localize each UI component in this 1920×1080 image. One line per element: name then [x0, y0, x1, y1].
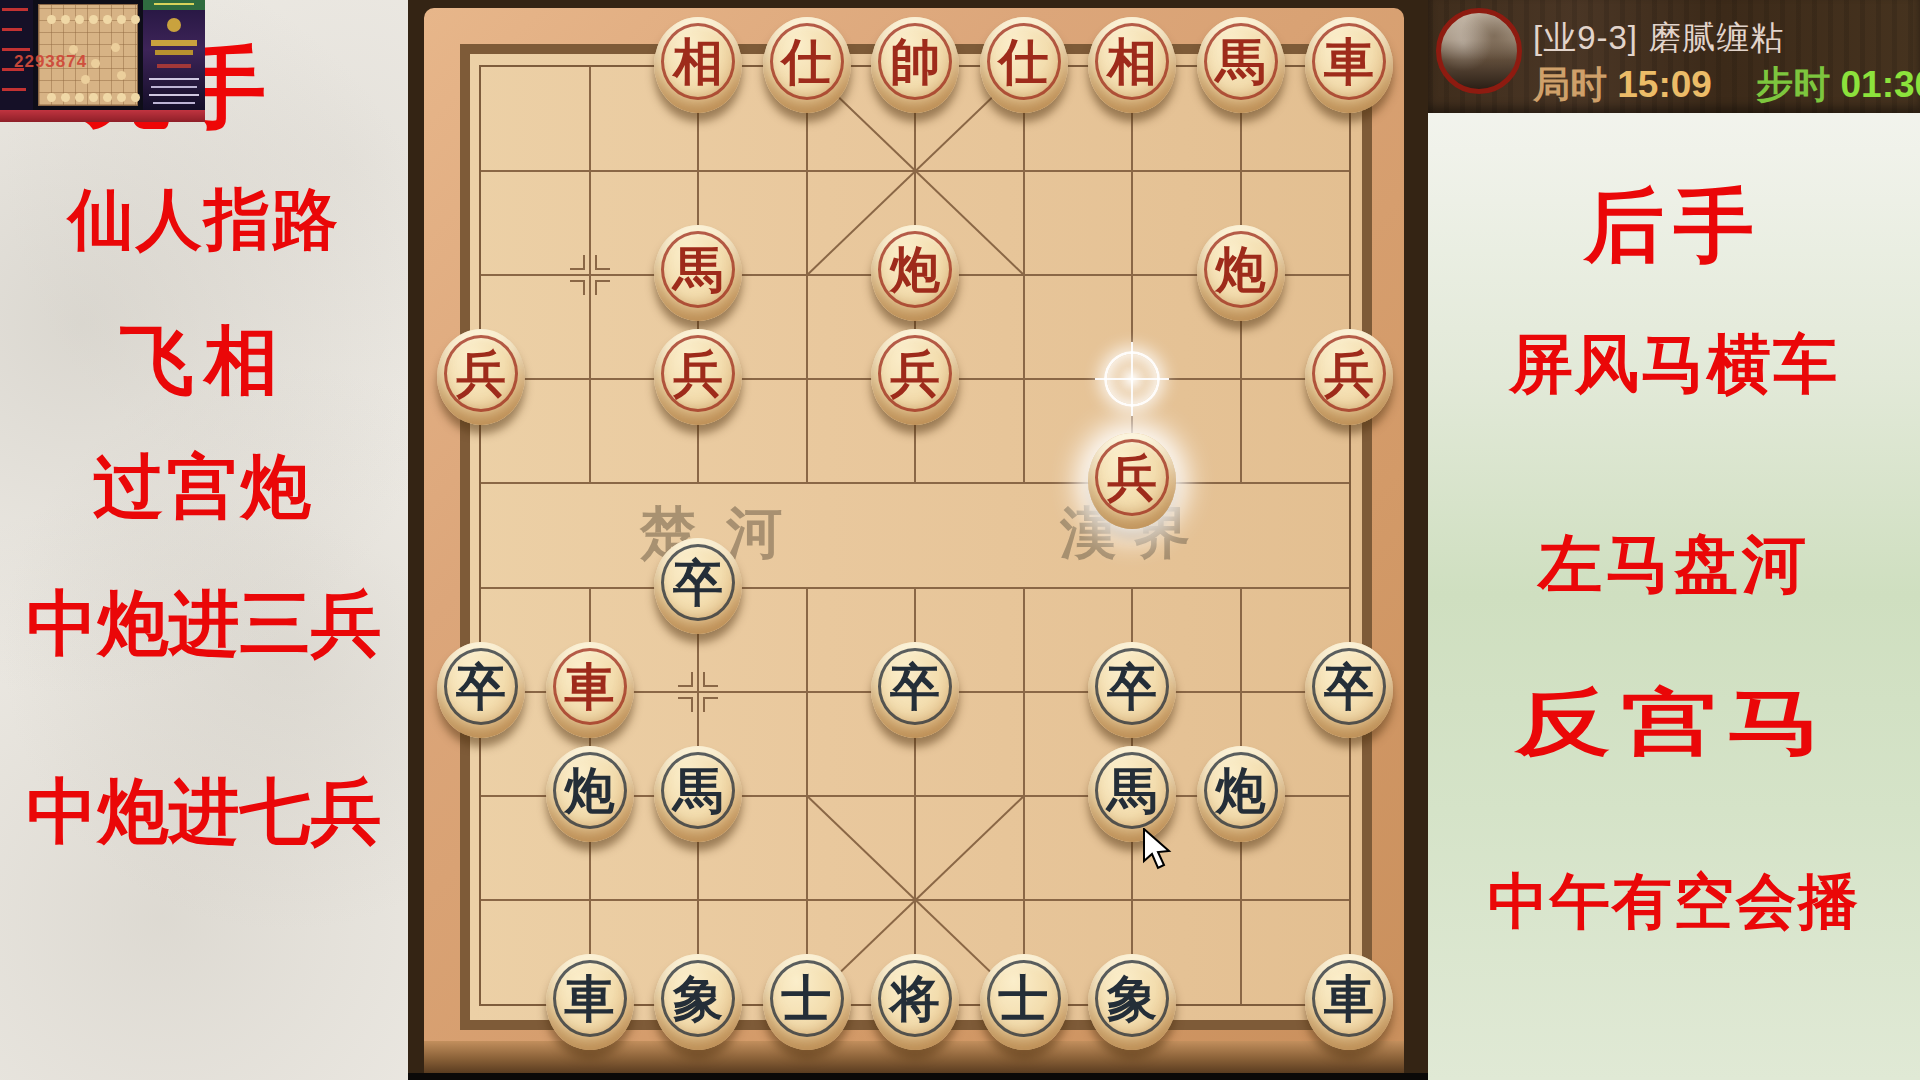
- xiangqi-piece-red[interactable]: 車: [546, 642, 634, 738]
- piece-glyph: 象: [673, 974, 723, 1024]
- move-time-label: 步时: [1756, 64, 1830, 105]
- opening-label: 仙人指路: [0, 186, 408, 252]
- piece-glyph: 仕: [782, 37, 832, 87]
- xiangqi-piece-red[interactable]: 相: [1088, 17, 1176, 113]
- xiangqi-piece-red[interactable]: 馬: [654, 225, 742, 321]
- xiangqi-piece-red[interactable]: 兵: [437, 329, 525, 425]
- piece-glyph: 卒: [456, 662, 506, 712]
- piece-glyph: 炮: [1216, 766, 1266, 816]
- opening-label: 中炮进三兵: [0, 588, 408, 659]
- piece-glyph: 士: [999, 974, 1049, 1024]
- board-bottom-edge: [408, 1073, 1428, 1080]
- xiangqi-piece-red[interactable]: 仕: [763, 17, 851, 113]
- xiangqi-piece-red[interactable]: 炮: [1197, 225, 1285, 321]
- xiangqi-piece-black[interactable]: 馬: [654, 746, 742, 842]
- piece-glyph: 兵: [1107, 453, 1157, 503]
- piece-glyph: 炮: [1216, 245, 1266, 295]
- overlay-number: 2293874: [14, 52, 87, 72]
- move-time-value: 01:30: [1840, 64, 1920, 105]
- opening-label: 中炮进七兵: [0, 776, 408, 847]
- piece-glyph: 車: [565, 662, 615, 712]
- piece-glyph: 馬: [673, 245, 723, 295]
- piece-glyph: 兵: [456, 349, 506, 399]
- opening-label: 中午有空会播: [1428, 872, 1920, 932]
- piece-glyph: 炮: [890, 245, 940, 295]
- piece-glyph: 卒: [673, 558, 723, 608]
- piece-glyph: 相: [673, 37, 723, 87]
- avatar: [1436, 8, 1522, 94]
- xiangqi-piece-red[interactable]: 馬: [1197, 17, 1285, 113]
- piece-glyph: 卒: [890, 662, 940, 712]
- piece-glyph: 卒: [1324, 662, 1374, 712]
- left-caption-panel: 先手 仙人指路 飞相 过宫炮 中炮进三兵 中炮进七兵 2293874: [0, 0, 408, 1080]
- grid-line-v: [1023, 67, 1025, 483]
- xiangqi-piece-black[interactable]: 卒: [1305, 642, 1393, 738]
- xiangqi-piece-black[interactable]: 卒: [437, 642, 525, 738]
- piece-glyph: 兵: [890, 349, 940, 399]
- xiangqi-piece-red[interactable]: 兵: [871, 329, 959, 425]
- right-panel-title: 后手: [1428, 186, 1920, 266]
- overlay-red-strip: [0, 110, 205, 122]
- xiangqi-piece-red[interactable]: 相: [654, 17, 742, 113]
- piece-glyph: 仕: [999, 37, 1049, 87]
- piece-glyph: 車: [1324, 974, 1374, 1024]
- xiangqi-piece-red[interactable]: 炮: [871, 225, 959, 321]
- piece-glyph: 帥: [890, 37, 940, 87]
- player-info-panel: [业9-3] 磨腻缠粘 局时 15:09 步时 01:30: [1428, 0, 1920, 113]
- piece-glyph: 士: [782, 974, 832, 1024]
- piece-glyph: 相: [1107, 37, 1157, 87]
- grid-line-v: [806, 67, 808, 483]
- xiangqi-piece-black[interactable]: 炮: [546, 746, 634, 842]
- xiangqi-piece-red[interactable]: 兵: [654, 329, 742, 425]
- xiangqi-piece-black[interactable]: 卒: [654, 538, 742, 634]
- piece-glyph: 車: [565, 974, 615, 1024]
- xiangqi-piece-red[interactable]: 兵: [1305, 329, 1393, 425]
- opening-label: 左马盘河: [1428, 532, 1920, 596]
- opening-label: 屏风马横车: [1428, 332, 1920, 396]
- xiangqi-piece-red[interactable]: 兵: [1088, 433, 1176, 529]
- xiangqi-piece-black[interactable]: 将: [871, 954, 959, 1050]
- point-marker: [567, 252, 613, 298]
- xiangqi-piece-red[interactable]: 帥: [871, 17, 959, 113]
- piece-glyph: 将: [890, 974, 940, 1024]
- grid-line-v: [1023, 588, 1025, 1004]
- xiangqi-piece-black[interactable]: 士: [763, 954, 851, 1050]
- piece-glyph: 卒: [1107, 662, 1157, 712]
- game-time-label: 局时: [1533, 64, 1607, 105]
- game-time-value: 15:09: [1617, 64, 1712, 105]
- timers: 局时 15:09 步时 01:30: [1533, 60, 1920, 110]
- mouse-cursor: [1142, 828, 1174, 874]
- xiangqi-piece-black[interactable]: 卒: [871, 642, 959, 738]
- opening-label: 过宫炮: [0, 452, 408, 522]
- xiangqi-piece-black[interactable]: 炮: [1197, 746, 1285, 842]
- xiangqi-piece-black[interactable]: 車: [1305, 954, 1393, 1050]
- piece-glyph: 炮: [565, 766, 615, 816]
- xiangqi-piece-red[interactable]: 仕: [980, 17, 1068, 113]
- opening-label: 反宫马: [1428, 686, 1920, 758]
- xiangqi-piece-black[interactable]: 象: [1088, 954, 1176, 1050]
- xiangqi-piece-black[interactable]: 卒: [1088, 642, 1176, 738]
- grid-line-v: [1131, 67, 1133, 483]
- last-move-origin-marker: [1104, 351, 1160, 407]
- xiangqi-board[interactable]: 楚河 漢界 相仕帥仕相馬車馬炮炮兵兵兵兵兵車卒卒卒卒卒炮馬馬炮車象士将士象車: [408, 0, 1428, 1080]
- xiangqi-piece-black[interactable]: 象: [654, 954, 742, 1050]
- xiangqi-piece-black[interactable]: 士: [980, 954, 1068, 1050]
- player-name: [业9-3] 磨腻缠粘: [1533, 16, 1784, 61]
- poster-thumbnail: [143, 0, 205, 110]
- grid-line-v: [806, 588, 808, 1004]
- piece-glyph: 馬: [673, 766, 723, 816]
- opening-label: 飞相: [0, 324, 408, 398]
- point-marker: [675, 669, 721, 715]
- xiangqi-piece-black[interactable]: 車: [546, 954, 634, 1050]
- piece-glyph: 兵: [1324, 349, 1374, 399]
- piece-glyph: 馬: [1107, 766, 1157, 816]
- right-caption-panel: 后手 屏风马横车 左马盘河 反宫马 中午有空会播: [1428, 0, 1920, 1080]
- piece-glyph: 馬: [1216, 37, 1266, 87]
- xiangqi-piece-red[interactable]: 車: [1305, 17, 1393, 113]
- piece-glyph: 車: [1324, 37, 1374, 87]
- piece-glyph: 兵: [673, 349, 723, 399]
- piece-glyph: 象: [1107, 974, 1157, 1024]
